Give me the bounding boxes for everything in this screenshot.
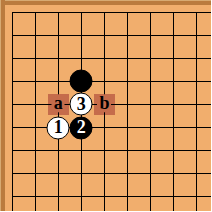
grid-line-horizontal <box>12 196 212 197</box>
stone-number: 3 <box>77 94 86 112</box>
board-frame-top-edge <box>0 1 211 5</box>
grid-line-horizontal <box>12 127 212 128</box>
mark-a: a <box>52 95 65 113</box>
grid-line-vertical <box>127 12 128 212</box>
grid-line-vertical <box>35 12 36 212</box>
grid-line-horizontal <box>12 150 212 151</box>
white-stone-1: 1 <box>47 116 70 139</box>
grid-line-horizontal <box>12 173 212 174</box>
mark-b: b <box>97 95 111 113</box>
grid-line-horizontal <box>12 81 212 82</box>
go-board: ab123 <box>0 0 211 211</box>
black-stone <box>70 70 93 93</box>
grid-line-vertical <box>196 12 197 212</box>
grid-line-vertical <box>12 12 13 212</box>
white-stone-3: 3 <box>70 93 93 116</box>
grid-line-horizontal <box>12 58 212 59</box>
grid-line-vertical <box>150 12 151 212</box>
board-frame-left-edge <box>1 0 5 211</box>
grid-line-horizontal <box>12 35 212 36</box>
black-stone-2: 2 <box>70 116 93 139</box>
grid-line-horizontal <box>12 12 212 13</box>
grid-line-vertical <box>173 12 174 212</box>
stone-number: 2 <box>77 118 86 136</box>
stone-number: 1 <box>54 118 63 136</box>
